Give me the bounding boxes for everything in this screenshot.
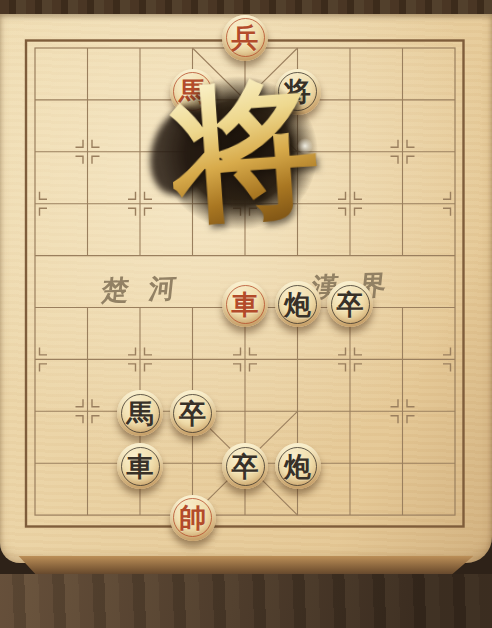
piece-red-soldier[interactable]: 兵 — [222, 15, 268, 61]
piece-character: 卒 — [337, 291, 364, 318]
board-front-edge — [14, 556, 478, 576]
piece-character: 卒 — [232, 453, 259, 480]
piece-black-chariot[interactable]: 車 — [117, 443, 163, 489]
piece-black-soldier[interactable]: 卒 — [170, 390, 216, 436]
piece-character: 車 — [232, 291, 259, 318]
piece-character: 炮 — [284, 453, 311, 480]
piece-red-general[interactable]: 帥 — [170, 495, 216, 541]
xiangqi-board[interactable]: 兵馬将車炮卒馬卒車卒炮帥 — [9, 22, 482, 541]
bottom-wood-bar: 步数：5 — [0, 574, 492, 628]
piece-character: 将 — [284, 78, 311, 105]
piece-black-soldier[interactable]: 卒 — [327, 281, 373, 327]
piece-character: 帥 — [179, 504, 206, 531]
piece-character: 炮 — [284, 291, 311, 318]
piece-character: 卒 — [179, 400, 206, 427]
piece-red-horse[interactable]: 馬 — [170, 69, 216, 115]
piece-character: 馬 — [127, 400, 154, 427]
piece-character: 兵 — [232, 24, 259, 51]
piece-black-soldier[interactable]: 卒 — [222, 443, 268, 489]
piece-black-cannon[interactable]: 炮 — [275, 281, 321, 327]
top-wood-strip — [0, 0, 492, 14]
piece-red-chariot[interactable]: 車 — [222, 281, 268, 327]
piece-character: 馬 — [179, 78, 206, 105]
piece-character: 車 — [127, 453, 154, 480]
piece-black-horse[interactable]: 馬 — [117, 390, 163, 436]
piece-black-general[interactable]: 将 — [275, 69, 321, 115]
game-screen: 楚河 漢界 兵馬将車炮卒馬卒車卒炮帥 将 步数：5 — [0, 0, 492, 628]
piece-black-cannon[interactable]: 炮 — [275, 443, 321, 489]
sparkle-effect — [297, 138, 313, 154]
